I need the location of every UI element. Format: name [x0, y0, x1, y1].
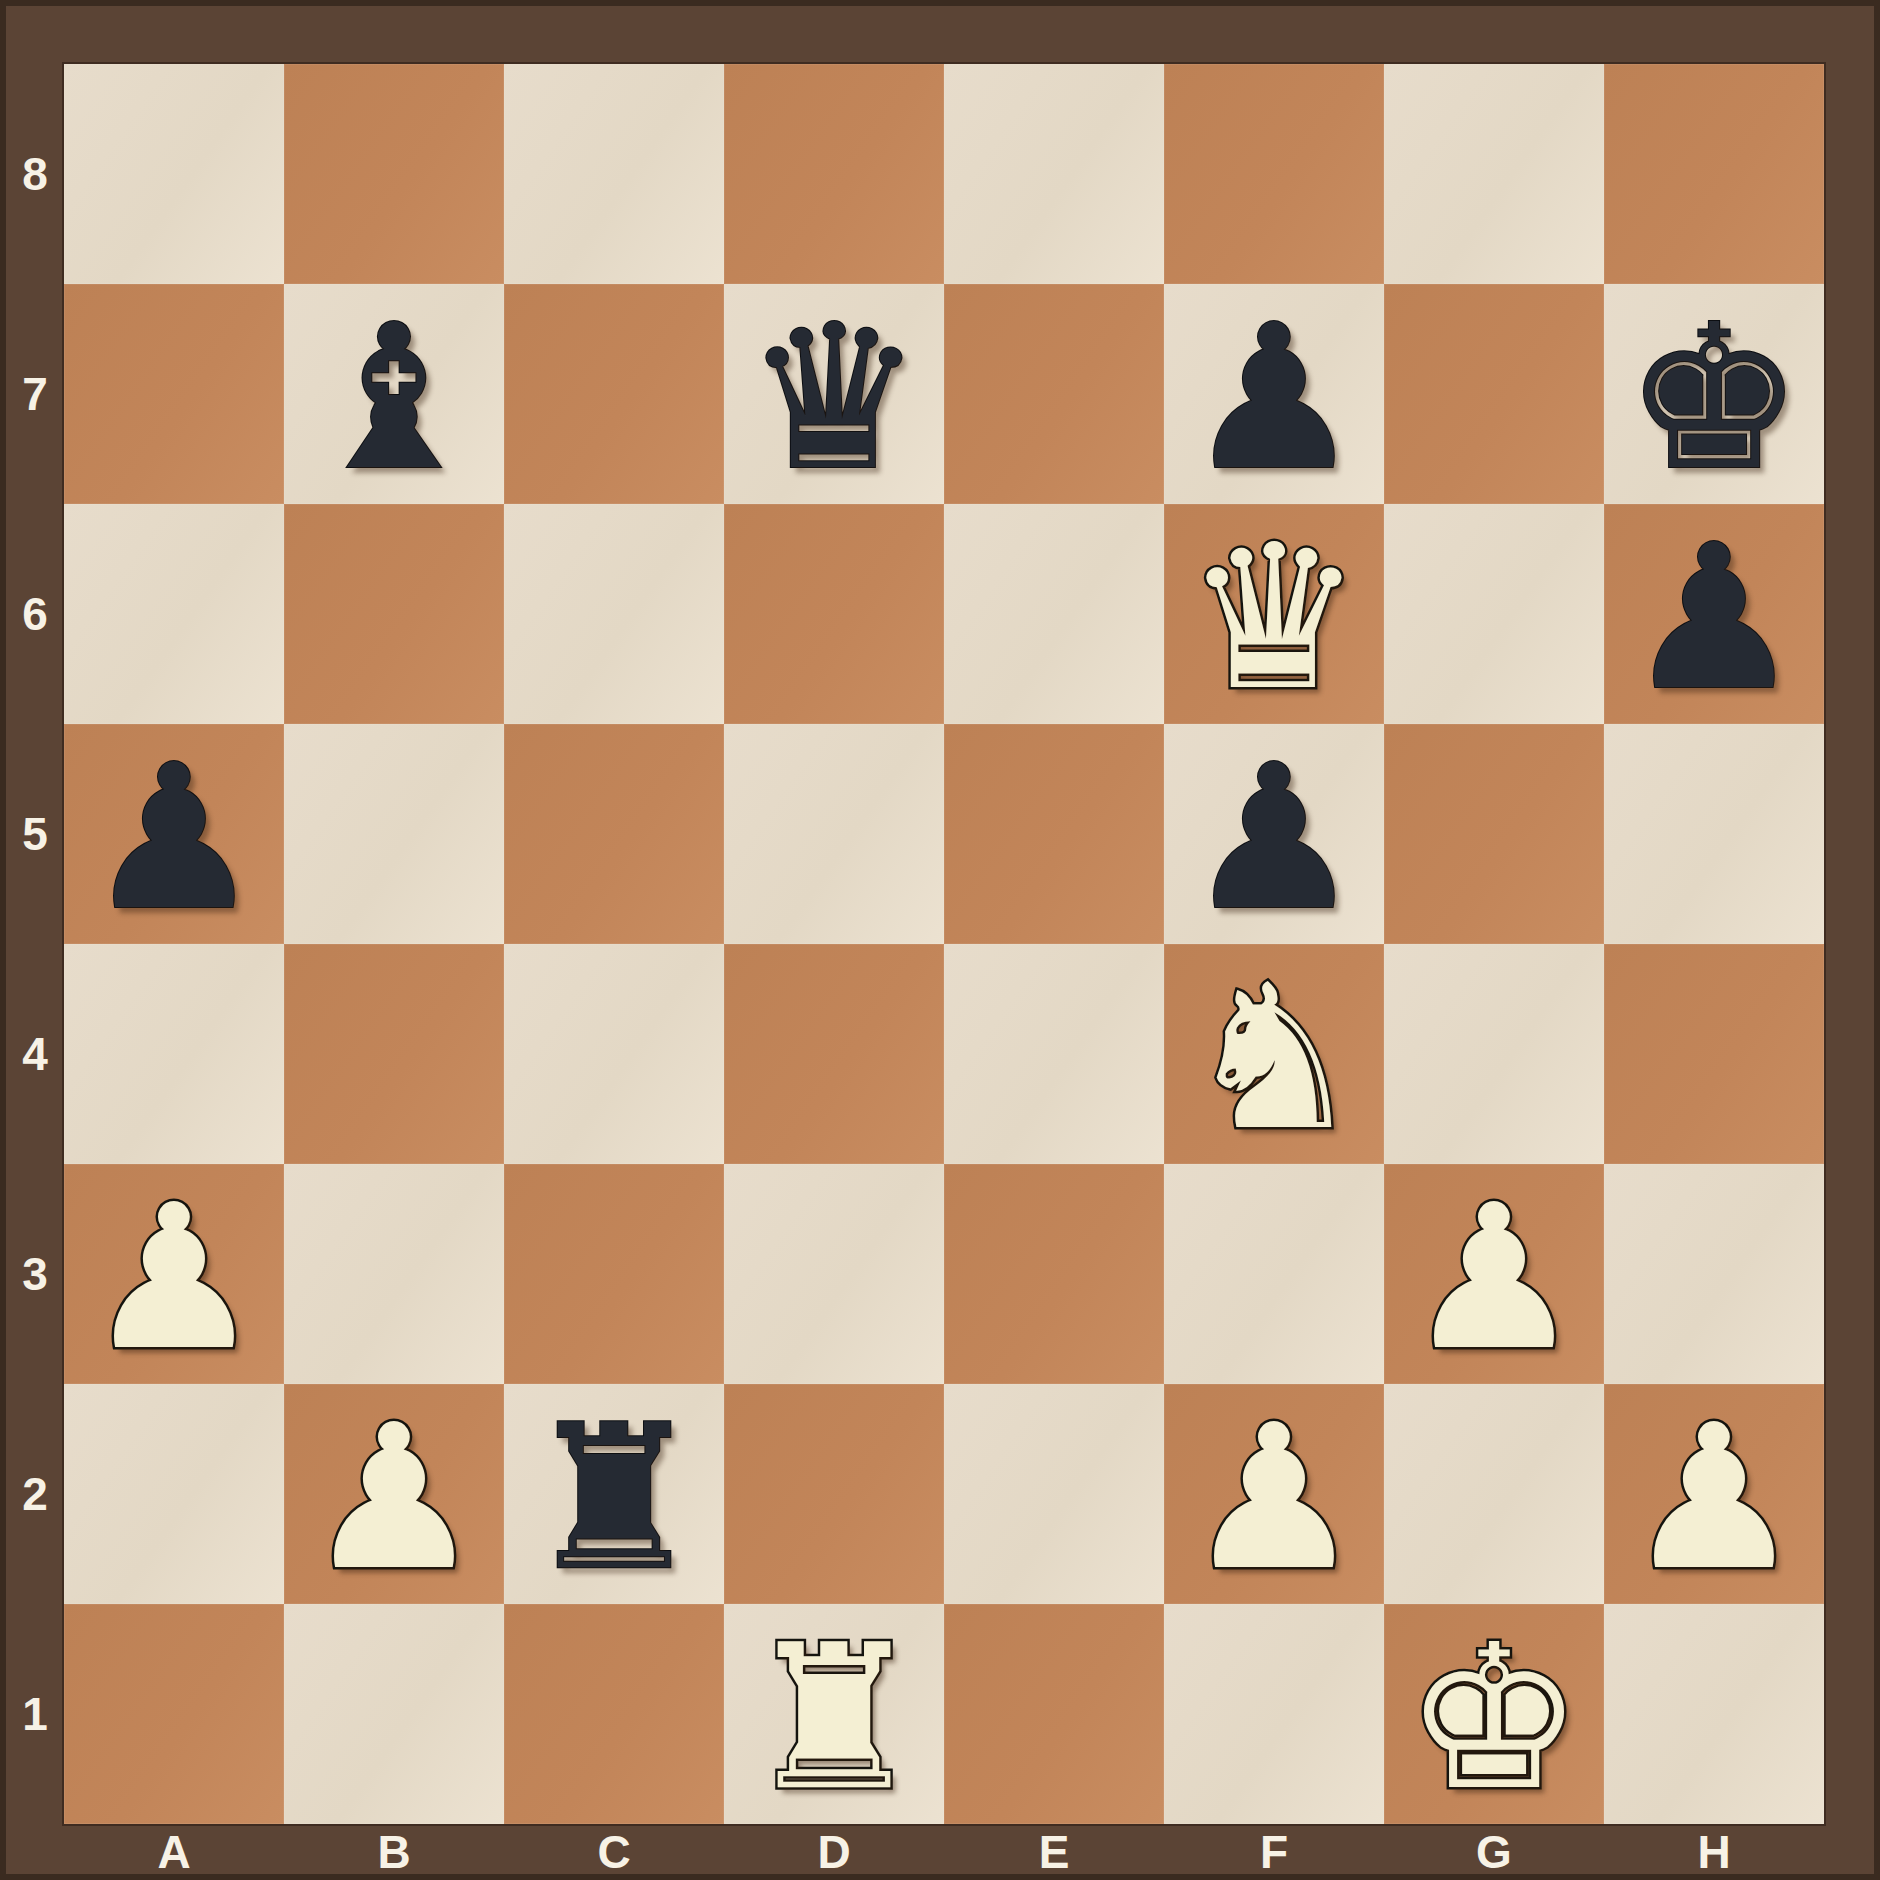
square-h1[interactable]	[1604, 1604, 1824, 1824]
square-h2[interactable]: ♟	[1604, 1384, 1824, 1604]
piece-white-pawn[interactable]: ♟	[304, 1388, 483, 1608]
rank-label-8: 8	[6, 64, 64, 284]
square-c3[interactable]	[504, 1164, 724, 1384]
rank-label-5: 5	[6, 724, 64, 944]
square-e8[interactable]	[944, 64, 1164, 284]
square-f6[interactable]: ♛	[1164, 504, 1384, 724]
square-d7[interactable]: ♛	[724, 284, 944, 504]
square-f7[interactable]: ♟	[1164, 284, 1384, 504]
square-b5[interactable]	[284, 724, 504, 944]
square-b7[interactable]: ♝	[284, 284, 504, 504]
file-label-f: F	[1164, 1824, 1384, 1880]
square-h8[interactable]	[1604, 64, 1824, 284]
file-label-e: E	[944, 1824, 1164, 1880]
square-f5[interactable]: ♟	[1164, 724, 1384, 944]
square-f8[interactable]	[1164, 64, 1384, 284]
square-g3[interactable]: ♟	[1384, 1164, 1604, 1384]
square-b8[interactable]	[284, 64, 504, 284]
file-label-d: D	[724, 1824, 944, 1880]
square-f1[interactable]	[1164, 1604, 1384, 1824]
square-h5[interactable]	[1604, 724, 1824, 944]
square-b2[interactable]: ♟	[284, 1384, 504, 1604]
rank-label-2: 2	[6, 1384, 64, 1604]
square-a4[interactable]	[64, 944, 284, 1164]
square-h6[interactable]: ♟	[1604, 504, 1824, 724]
square-c1[interactable]	[504, 1604, 724, 1824]
piece-black-bishop[interactable]: ♝	[304, 288, 483, 508]
piece-black-rook[interactable]: ♜	[524, 1388, 703, 1608]
square-f2[interactable]: ♟	[1164, 1384, 1384, 1604]
piece-white-pawn[interactable]: ♟	[1184, 1388, 1363, 1608]
square-h3[interactable]	[1604, 1164, 1824, 1384]
rank-label-7: 7	[6, 284, 64, 504]
square-a3[interactable]: ♟	[64, 1164, 284, 1384]
square-d1[interactable]: ♜	[724, 1604, 944, 1824]
rank-label-3: 3	[6, 1164, 64, 1384]
piece-white-pawn[interactable]: ♟	[84, 1168, 263, 1388]
square-e3[interactable]	[944, 1164, 1164, 1384]
square-d4[interactable]	[724, 944, 944, 1164]
square-d8[interactable]	[724, 64, 944, 284]
square-f3[interactable]	[1164, 1164, 1384, 1384]
chess-board: ♝♛♟♚♛♟♟♟♞♟♟♟♜♟♟♜♚	[64, 64, 1824, 1824]
piece-white-rook[interactable]: ♜	[744, 1608, 923, 1828]
square-e7[interactable]	[944, 284, 1164, 504]
file-label-c: C	[504, 1824, 724, 1880]
piece-black-pawn[interactable]: ♟	[1184, 288, 1363, 508]
piece-white-knight[interactable]: ♞	[1184, 948, 1363, 1168]
square-b1[interactable]	[284, 1604, 504, 1824]
square-b6[interactable]	[284, 504, 504, 724]
piece-black-pawn[interactable]: ♟	[1184, 728, 1363, 948]
piece-white-pawn[interactable]: ♟	[1624, 1388, 1803, 1608]
square-e6[interactable]	[944, 504, 1164, 724]
rank-label-1: 1	[6, 1604, 64, 1824]
rank-label-4: 4	[6, 944, 64, 1164]
square-g6[interactable]	[1384, 504, 1604, 724]
square-f4[interactable]: ♞	[1164, 944, 1384, 1164]
square-d2[interactable]	[724, 1384, 944, 1604]
square-b3[interactable]	[284, 1164, 504, 1384]
square-a7[interactable]	[64, 284, 284, 504]
square-d6[interactable]	[724, 504, 944, 724]
square-g8[interactable]	[1384, 64, 1604, 284]
file-label-b: B	[284, 1824, 504, 1880]
square-c8[interactable]	[504, 64, 724, 284]
piece-black-king[interactable]: ♚	[1624, 288, 1803, 508]
square-g7[interactable]	[1384, 284, 1604, 504]
square-h7[interactable]: ♚	[1604, 284, 1824, 504]
square-e4[interactable]	[944, 944, 1164, 1164]
square-b4[interactable]	[284, 944, 504, 1164]
square-a1[interactable]	[64, 1604, 284, 1824]
square-c2[interactable]: ♜	[504, 1384, 724, 1604]
square-g4[interactable]	[1384, 944, 1604, 1164]
piece-white-king[interactable]: ♚	[1404, 1608, 1583, 1828]
square-c4[interactable]	[504, 944, 724, 1164]
chess-board-frame: ♝♛♟♚♛♟♟♟♞♟♟♟♜♟♟♜♚ 87654321 ABCDEFGH	[0, 0, 1880, 1880]
piece-white-pawn[interactable]: ♟	[1404, 1168, 1583, 1388]
square-g1[interactable]: ♚	[1384, 1604, 1604, 1824]
square-e2[interactable]	[944, 1384, 1164, 1604]
rank-label-6: 6	[6, 504, 64, 724]
piece-white-queen[interactable]: ♛	[1184, 508, 1363, 728]
piece-black-pawn[interactable]: ♟	[84, 728, 263, 948]
square-e5[interactable]	[944, 724, 1164, 944]
square-g5[interactable]	[1384, 724, 1604, 944]
file-label-a: A	[64, 1824, 284, 1880]
square-a5[interactable]: ♟	[64, 724, 284, 944]
piece-black-pawn[interactable]: ♟	[1624, 508, 1803, 728]
square-g2[interactable]	[1384, 1384, 1604, 1604]
file-label-g: G	[1384, 1824, 1604, 1880]
square-a8[interactable]	[64, 64, 284, 284]
square-h4[interactable]	[1604, 944, 1824, 1164]
square-d3[interactable]	[724, 1164, 944, 1384]
square-c7[interactable]	[504, 284, 724, 504]
square-c6[interactable]	[504, 504, 724, 724]
piece-black-queen[interactable]: ♛	[744, 288, 923, 508]
file-label-h: H	[1604, 1824, 1824, 1880]
square-c5[interactable]	[504, 724, 724, 944]
square-d5[interactable]	[724, 724, 944, 944]
square-a2[interactable]	[64, 1384, 284, 1604]
square-a6[interactable]	[64, 504, 284, 724]
square-e1[interactable]	[944, 1604, 1164, 1824]
